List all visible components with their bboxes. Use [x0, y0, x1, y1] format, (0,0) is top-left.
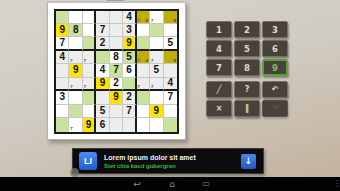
cell-r4c2[interactable]: 7	[69, 51, 82, 64]
keypad-digit-3[interactable]: 3	[262, 21, 288, 38]
cell-r9c2[interactable]: 7	[69, 118, 82, 131]
cell-r3c5[interactable]	[110, 37, 123, 50]
cell-r9c7[interactable]	[137, 118, 150, 131]
pencil-mark: 7	[137, 85, 141, 89]
cell-r7c9[interactable]: 7	[164, 91, 177, 104]
cell-r1c1[interactable]	[56, 11, 69, 24]
digit: 3	[126, 25, 132, 35]
recents-icon[interactable]: ▭	[200, 177, 212, 191]
cell-r2c8[interactable]	[150, 24, 163, 37]
redo-button: ↷	[262, 100, 288, 117]
pencil-mark: 9	[172, 59, 177, 63]
ad-text-block: Lorem ipsum dolor sit amet Stet clita ka…	[104, 153, 241, 170]
cell-r5c2[interactable]: 9	[69, 64, 82, 77]
digit: 6	[126, 65, 132, 75]
digit: 7	[113, 65, 119, 75]
cell-r6c2[interactable]: 7	[69, 78, 82, 91]
cell-r2c7[interactable]	[137, 24, 150, 37]
cell-r8c2[interactable]	[69, 105, 82, 118]
digit: 2	[100, 38, 106, 48]
help-button[interactable]: ?	[234, 81, 260, 98]
pencil-mark: 7	[150, 85, 154, 89]
cell-r6c8[interactable]: 7	[150, 78, 163, 91]
cell-r4c7[interactable]: 79	[137, 51, 150, 64]
cell-r6c6[interactable]	[123, 78, 136, 91]
digit: 7	[126, 106, 132, 116]
cell-r4c5[interactable]: 8	[110, 51, 123, 64]
banner-corner-dot	[70, 168, 79, 177]
cell-r7c1[interactable]: 3	[56, 91, 69, 104]
keypad-numbers: 123456789	[206, 21, 288, 76]
keypad-tools: ╱?↶×‖↷	[206, 81, 288, 117]
cell-r8c1[interactable]	[56, 105, 69, 118]
cell-r1c4[interactable]	[96, 11, 109, 24]
digit: 8	[73, 25, 79, 35]
cell-r4c1[interactable]: 4	[56, 51, 69, 64]
cell-r9c6[interactable]	[123, 118, 136, 131]
keypad: 123456789 ╱?↶×‖↷	[206, 21, 288, 117]
cell-r5c7[interactable]	[137, 64, 150, 77]
cell-r6c5[interactable]: 2	[110, 78, 123, 91]
cell-r9c4[interactable]: 6	[96, 118, 109, 131]
cell-r6c1[interactable]	[56, 78, 69, 91]
cell-r3c1[interactable]: 7	[56, 37, 69, 50]
digit: 9	[86, 120, 92, 130]
pause-button[interactable]: ‖	[234, 100, 260, 117]
digit: 7	[59, 38, 65, 48]
cell-r7c5[interactable]: 9	[110, 91, 123, 104]
pencil-mark: 7	[69, 85, 73, 89]
cell-r3c9[interactable]: 5	[164, 37, 177, 50]
cell-r2c3[interactable]	[83, 24, 96, 37]
digit: 3	[59, 92, 65, 102]
cell-r7c8[interactable]	[150, 91, 163, 104]
digit: 5	[167, 38, 173, 48]
cell-r2c2[interactable]: 8	[69, 24, 82, 37]
system-navbar: ↩ ⌂ ▭ ⋮	[0, 177, 340, 191]
cell-r9c8[interactable]	[150, 118, 163, 131]
cell-r4c3[interactable]: 7	[83, 51, 96, 64]
pencil-mark: 9	[172, 19, 177, 23]
cell-r8c7[interactable]	[137, 105, 150, 118]
cell-r3c8[interactable]	[150, 37, 163, 50]
cell-r3c2[interactable]	[69, 37, 82, 50]
download-button[interactable]: ↓	[241, 154, 256, 169]
digit: 6	[100, 120, 106, 130]
cell-r1c6[interactable]: 4	[123, 11, 136, 24]
pencil-mark: 9	[145, 19, 149, 23]
cell-r8c4[interactable]: 5	[96, 105, 109, 118]
cell-r2c9[interactable]	[164, 24, 177, 37]
cell-r1c7[interactable]: 79	[137, 11, 150, 24]
clear-button[interactable]: ×	[206, 100, 232, 117]
digit: 2	[126, 92, 132, 102]
cell-r3c6[interactable]: 9	[123, 37, 136, 50]
cell-r7c2[interactable]	[69, 91, 82, 104]
cell-r5c1[interactable]	[56, 64, 69, 77]
back-icon[interactable]: ↩	[131, 177, 143, 191]
pencil-mark: 7	[137, 59, 141, 63]
sudoku-board-card: 4797998737295477857979947657792774392757…	[47, 1, 186, 140]
cell-r9c9[interactable]	[164, 118, 177, 131]
pencil-mark: 7	[83, 59, 87, 63]
cell-r5c8[interactable]: 5	[150, 64, 163, 77]
cell-r7c4[interactable]	[96, 91, 109, 104]
cell-r3c3[interactable]	[83, 37, 96, 50]
cell-r5c4[interactable]: 4	[96, 64, 109, 77]
pencil-mark: 7	[150, 59, 154, 63]
cell-r8c5[interactable]	[110, 105, 123, 118]
keypad-digit-4[interactable]: 4	[206, 40, 232, 57]
ad-app-icon: LI	[79, 152, 97, 170]
digit: 4	[126, 12, 132, 22]
cell-r5c3[interactable]	[83, 64, 96, 77]
ad-title: Lorem ipsum dolor sit amet	[104, 153, 241, 162]
cell-r2c1[interactable]: 9	[56, 24, 69, 37]
digit: 9	[113, 92, 119, 102]
digit: 4	[167, 78, 173, 88]
cell-r4c6[interactable]: 5	[123, 51, 136, 64]
sudoku-grid: 4797998737295477857979947657792774392757…	[54, 9, 179, 134]
keypad-digit-1[interactable]: 1	[206, 21, 232, 38]
cell-r7c6[interactable]: 2	[123, 91, 136, 104]
digit: 4	[100, 65, 106, 75]
digit: 9	[126, 38, 132, 48]
cell-r4c8[interactable]: 7	[150, 51, 163, 64]
digit: 2	[113, 78, 119, 88]
cell-r9c5[interactable]	[110, 118, 123, 131]
cell-r5c5[interactable]: 7	[110, 64, 123, 77]
cell-r8c6[interactable]: 7	[123, 105, 136, 118]
digit: 9	[59, 25, 65, 35]
ad-banner[interactable]: LI Lorem ipsum dolor sit amet Stet clita…	[72, 148, 264, 174]
pencil-mark: 9	[145, 59, 149, 63]
cell-r7c7[interactable]	[137, 91, 150, 104]
cell-r6c4[interactable]: 9	[96, 78, 109, 91]
keypad-digit-9[interactable]: 9	[262, 59, 288, 76]
pencil-mark: 7	[69, 59, 73, 63]
cell-r8c3[interactable]	[83, 105, 96, 118]
digit: 4	[59, 52, 65, 62]
digit: 7	[100, 25, 106, 35]
pencil-mark: 7	[137, 19, 141, 23]
cell-r2c4[interactable]: 7	[96, 24, 109, 37]
cell-r5c9[interactable]	[164, 64, 177, 77]
pencil-button[interactable]: ╱	[206, 81, 232, 98]
digit: 9	[73, 65, 79, 75]
cell-r3c4[interactable]: 2	[96, 37, 109, 50]
cell-r4c9[interactable]: 9	[164, 51, 177, 64]
digit: 5	[154, 65, 160, 75]
cell-r5c6[interactable]: 6	[123, 64, 136, 77]
digit: 9	[154, 106, 160, 116]
cell-r6c7[interactable]: 7	[137, 78, 150, 91]
cell-r8c9[interactable]	[164, 105, 177, 118]
keypad-digit-8[interactable]: 8	[234, 59, 260, 76]
digit: 5	[100, 106, 106, 116]
cell-r3c7[interactable]	[137, 37, 150, 50]
cell-r1c9[interactable]: 9	[164, 11, 177, 24]
cell-r2c5[interactable]	[110, 24, 123, 37]
keypad-digit-7[interactable]: 7	[206, 59, 232, 76]
tablet-screen: 4797998737295477857979947657792774392757…	[0, 0, 340, 191]
digit: 8	[113, 52, 119, 62]
undo-button[interactable]: ↶	[262, 81, 288, 98]
cell-r6c3[interactable]: 7	[83, 78, 96, 91]
cell-r9c3[interactable]: 9	[83, 118, 96, 131]
home-icon[interactable]: ⌂	[166, 177, 178, 191]
keypad-digit-6[interactable]: 6	[262, 40, 288, 57]
cell-r7c3[interactable]	[83, 91, 96, 104]
cell-r4c4[interactable]	[96, 51, 109, 64]
pencil-mark: 7	[83, 85, 87, 89]
cell-r6c9[interactable]: 4	[164, 78, 177, 91]
menu-dots-icon[interactable]: ⋮	[331, 177, 340, 191]
digit: 9	[100, 78, 106, 88]
cell-r1c8[interactable]: 7	[150, 11, 163, 24]
pencil-mark: 7	[150, 19, 154, 23]
digit: 7	[167, 92, 173, 102]
keypad-digit-2[interactable]: 2	[234, 21, 260, 38]
keypad-digit-5[interactable]: 5	[234, 40, 260, 57]
cell-r2c6[interactable]: 3	[123, 24, 136, 37]
pencil-mark: 7	[69, 127, 73, 132]
cell-r1c5[interactable]	[110, 11, 123, 24]
cell-r9c1[interactable]	[56, 118, 69, 131]
digit: 5	[126, 52, 132, 62]
cell-r1c2[interactable]	[69, 11, 82, 24]
ad-subtitle: Stet clita kasd gubergren	[104, 162, 241, 170]
cell-r1c3[interactable]	[83, 11, 96, 24]
cell-r8c8[interactable]: 9	[150, 105, 163, 118]
